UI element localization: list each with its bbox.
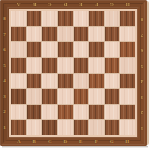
square-f1[interactable] (89, 120, 104, 135)
square-b6[interactable] (27, 42, 42, 57)
board-drop-shadow (2, 146, 148, 148)
square-f8[interactable] (89, 11, 104, 26)
coordinate-label-h: H (120, 137, 136, 146)
square-g7[interactable] (105, 27, 120, 42)
coordinate-label-e: E (73, 137, 89, 146)
square-d1[interactable] (58, 120, 73, 135)
coordinate-label-6: 6 (137, 42, 147, 58)
coordinate-label-g: G (104, 0, 120, 9)
square-e1[interactable] (74, 120, 89, 135)
square-b8[interactable] (27, 11, 42, 26)
square-a5[interactable] (11, 58, 26, 73)
square-h5[interactable] (120, 58, 135, 73)
coordinate-label-c: C (42, 0, 58, 9)
square-b4[interactable] (27, 74, 42, 89)
square-f7[interactable] (89, 27, 104, 42)
square-f6[interactable] (89, 42, 104, 57)
square-g4[interactable] (105, 74, 120, 89)
coordinate-label-h: H (120, 0, 136, 9)
square-e4[interactable] (74, 74, 89, 89)
coordinate-label-2: 2 (0, 104, 9, 120)
square-h2[interactable] (120, 105, 135, 120)
coordinate-label-b: B (27, 0, 43, 9)
square-d2[interactable] (58, 105, 73, 120)
square-f2[interactable] (89, 105, 104, 120)
chessboard: ABCDEFGH ABCDEFGH 87654321 87654321 (0, 0, 147, 146)
coordinate-label-f: F (89, 0, 105, 9)
square-a4[interactable] (11, 74, 26, 89)
square-b5[interactable] (27, 58, 42, 73)
square-d6[interactable] (58, 42, 73, 57)
square-c7[interactable] (42, 27, 57, 42)
square-f4[interactable] (89, 74, 104, 89)
square-e6[interactable] (74, 42, 89, 57)
coordinate-label-4: 4 (0, 73, 9, 89)
square-h7[interactable] (120, 27, 135, 42)
square-b7[interactable] (27, 27, 42, 42)
coordinate-label-g: G (104, 137, 120, 146)
square-b3[interactable] (27, 89, 42, 104)
square-e5[interactable] (74, 58, 89, 73)
coordinate-label-8: 8 (0, 11, 9, 27)
square-c6[interactable] (42, 42, 57, 57)
square-d8[interactable] (58, 11, 73, 26)
square-f3[interactable] (89, 89, 104, 104)
square-c1[interactable] (42, 120, 57, 135)
square-a6[interactable] (11, 42, 26, 57)
square-g1[interactable] (105, 120, 120, 135)
coordinate-label-1: 1 (0, 120, 9, 136)
coordinate-label-3: 3 (137, 89, 147, 105)
coordinate-label-2: 2 (137, 104, 147, 120)
photo-background: ABCDEFGH ABCDEFGH 87654321 87654321 (0, 0, 150, 150)
rank-labels-left: 87654321 (0, 11, 9, 135)
square-a7[interactable] (11, 27, 26, 42)
file-labels-bottom: ABCDEFGH (11, 137, 135, 146)
square-g3[interactable] (105, 89, 120, 104)
board-squares (11, 11, 135, 135)
coordinate-label-5: 5 (137, 58, 147, 74)
square-c2[interactable] (42, 105, 57, 120)
square-d3[interactable] (58, 89, 73, 104)
coordinate-label-f: F (89, 137, 105, 146)
square-a3[interactable] (11, 89, 26, 104)
rank-labels-right: 87654321 (137, 11, 147, 135)
coordinate-label-c: C (42, 137, 58, 146)
square-h8[interactable] (120, 11, 135, 26)
square-e8[interactable] (74, 11, 89, 26)
square-d5[interactable] (58, 58, 73, 73)
square-g5[interactable] (105, 58, 120, 73)
board-side-edge (147, 1, 149, 145)
square-g6[interactable] (105, 42, 120, 57)
square-f5[interactable] (89, 58, 104, 73)
square-g8[interactable] (105, 11, 120, 26)
square-c5[interactable] (42, 58, 57, 73)
square-b2[interactable] (27, 105, 42, 120)
square-e7[interactable] (74, 27, 89, 42)
coordinate-label-d: D (58, 137, 74, 146)
coordinate-label-5: 5 (0, 58, 9, 74)
square-c3[interactable] (42, 89, 57, 104)
maple-inlay-border (9, 9, 137, 137)
coordinate-label-8: 8 (137, 11, 147, 27)
square-e2[interactable] (74, 105, 89, 120)
square-h1[interactable] (120, 120, 135, 135)
coordinate-label-1: 1 (137, 120, 147, 136)
square-d4[interactable] (58, 74, 73, 89)
coordinate-label-b: B (27, 137, 43, 146)
square-c4[interactable] (42, 74, 57, 89)
coordinate-label-d: D (58, 0, 74, 9)
square-c8[interactable] (42, 11, 57, 26)
square-d7[interactable] (58, 27, 73, 42)
coordinate-label-4: 4 (137, 73, 147, 89)
file-labels-top: ABCDEFGH (11, 0, 135, 9)
square-a8[interactable] (11, 11, 26, 26)
square-e3[interactable] (74, 89, 89, 104)
coordinate-label-7: 7 (0, 27, 9, 43)
square-b1[interactable] (27, 120, 42, 135)
square-g2[interactable] (105, 105, 120, 120)
square-a1[interactable] (11, 120, 26, 135)
square-h6[interactable] (120, 42, 135, 57)
square-a2[interactable] (11, 105, 26, 120)
coordinate-label-7: 7 (137, 27, 147, 43)
coordinate-label-a: A (11, 0, 27, 9)
square-h4[interactable] (120, 74, 135, 89)
coordinate-label-e: E (73, 0, 89, 9)
coordinate-label-3: 3 (0, 89, 9, 105)
square-h3[interactable] (120, 89, 135, 104)
coordinate-label-6: 6 (0, 42, 9, 58)
coordinate-label-a: A (11, 137, 27, 146)
